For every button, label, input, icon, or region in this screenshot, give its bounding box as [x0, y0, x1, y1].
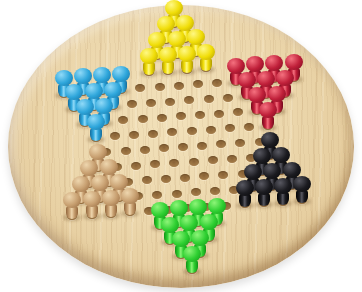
- peg-natural-wood[interactable]: [62, 192, 82, 219]
- peg-head: [63, 192, 81, 208]
- hole[interactable]: [235, 139, 245, 147]
- peg-head: [159, 47, 177, 63]
- peg-head: [236, 180, 254, 196]
- peg-head: [283, 162, 301, 178]
- peg-head: [91, 175, 109, 191]
- hole[interactable]: [176, 112, 186, 120]
- peg-stem: [86, 205, 98, 218]
- peg-head: [259, 102, 277, 118]
- hole[interactable]: [187, 127, 197, 135]
- peg-head: [161, 217, 179, 233]
- hole[interactable]: [174, 82, 184, 90]
- peg-head: [80, 160, 98, 176]
- peg-stem: [296, 190, 308, 203]
- hole[interactable]: [129, 131, 139, 139]
- peg-head: [200, 214, 218, 230]
- hole[interactable]: [138, 115, 148, 123]
- peg-green[interactable]: [182, 246, 202, 273]
- hole[interactable]: [214, 110, 224, 118]
- hole[interactable]: [189, 158, 199, 166]
- peg-head: [191, 230, 209, 246]
- hole[interactable]: [191, 188, 201, 196]
- peg-head: [208, 198, 226, 214]
- peg-head: [72, 176, 90, 192]
- hole[interactable]: [212, 79, 222, 87]
- peg-head: [276, 70, 294, 86]
- hole[interactable]: [157, 114, 167, 122]
- peg-head: [274, 178, 292, 194]
- peg-head: [238, 72, 256, 88]
- peg-yellow[interactable]: [158, 47, 178, 74]
- peg-head: [253, 148, 271, 164]
- peg-head: [112, 66, 130, 82]
- hole[interactable]: [110, 132, 120, 140]
- hole[interactable]: [167, 128, 177, 136]
- peg-natural-wood[interactable]: [82, 191, 102, 218]
- hole[interactable]: [140, 146, 150, 154]
- peg-red[interactable]: [258, 102, 278, 129]
- hole[interactable]: [206, 126, 216, 134]
- peg-head: [93, 67, 111, 83]
- hole[interactable]: [161, 175, 171, 183]
- peg-stem: [239, 194, 251, 207]
- star-field: [0, 0, 362, 292]
- peg-head: [100, 159, 118, 175]
- peg-stem: [143, 62, 155, 75]
- peg-head: [104, 82, 122, 98]
- peg-head: [165, 0, 183, 16]
- peg-head: [244, 164, 262, 180]
- peg-head: [170, 200, 188, 216]
- peg-head: [268, 86, 286, 102]
- peg-head: [151, 202, 169, 218]
- peg-head: [168, 31, 186, 47]
- peg-head: [285, 54, 303, 70]
- peg-head: [172, 231, 190, 247]
- hole[interactable]: [208, 156, 218, 164]
- hole[interactable]: [165, 98, 175, 106]
- peg-head: [293, 176, 311, 192]
- peg-head: [178, 46, 196, 62]
- peg-yellow[interactable]: [139, 48, 159, 75]
- peg-head: [65, 84, 83, 100]
- hole[interactable]: [135, 84, 145, 92]
- hole[interactable]: [218, 171, 228, 179]
- peg-head: [85, 83, 103, 99]
- peg-stem: [200, 58, 212, 71]
- peg-head: [76, 99, 94, 115]
- peg-head: [263, 163, 281, 179]
- peg-head: [246, 56, 264, 72]
- peg-yellow[interactable]: [177, 46, 197, 73]
- peg-head: [180, 215, 198, 231]
- hole[interactable]: [159, 144, 169, 152]
- hole[interactable]: [216, 140, 226, 148]
- hole[interactable]: [195, 111, 205, 119]
- peg-head: [55, 70, 73, 86]
- peg-head: [83, 191, 101, 207]
- peg-head: [89, 144, 107, 160]
- peg-head: [227, 58, 245, 74]
- hole[interactable]: [152, 191, 162, 199]
- peg-head: [272, 147, 290, 163]
- hole[interactable]: [169, 159, 179, 167]
- hole[interactable]: [172, 190, 182, 198]
- peg-head: [176, 15, 194, 31]
- peg-head: [95, 98, 113, 114]
- hole[interactable]: [146, 99, 156, 107]
- chinese-checkers-photo: [0, 0, 362, 292]
- hole[interactable]: [118, 116, 128, 124]
- peg-head: [187, 29, 205, 45]
- peg-head: [102, 190, 120, 206]
- peg-stem: [258, 193, 270, 206]
- hole[interactable]: [244, 123, 254, 131]
- hole[interactable]: [121, 147, 131, 155]
- peg-head: [248, 87, 266, 103]
- peg-head: [148, 32, 166, 48]
- hole[interactable]: [180, 174, 190, 182]
- peg-head: [121, 188, 139, 204]
- peg-head: [157, 16, 175, 32]
- hole[interactable]: [150, 160, 160, 168]
- hole[interactable]: [204, 95, 214, 103]
- peg-black[interactable]: [254, 179, 274, 206]
- hole[interactable]: [131, 162, 141, 170]
- hole[interactable]: [223, 94, 233, 102]
- hole[interactable]: [142, 176, 152, 184]
- peg-head: [189, 199, 207, 215]
- hole[interactable]: [225, 124, 235, 132]
- hole[interactable]: [199, 172, 209, 180]
- peg-natural-wood[interactable]: [101, 190, 121, 217]
- peg-black[interactable]: [292, 176, 312, 203]
- peg-head: [261, 132, 279, 148]
- peg-head: [257, 71, 275, 87]
- hole[interactable]: [148, 130, 158, 138]
- peg-natural-wood[interactable]: [120, 188, 140, 215]
- hole[interactable]: [184, 96, 194, 104]
- hole[interactable]: [197, 142, 207, 150]
- peg-head: [74, 68, 92, 84]
- hole[interactable]: [210, 187, 220, 195]
- peg-stem: [124, 202, 136, 215]
- peg-head: [140, 48, 158, 64]
- hole[interactable]: [227, 155, 237, 163]
- hole[interactable]: [178, 143, 188, 151]
- peg-blue[interactable]: [86, 114, 106, 141]
- peg-head: [183, 246, 201, 262]
- peg-stem: [66, 206, 78, 219]
- peg-head: [110, 174, 128, 190]
- peg-black[interactable]: [235, 180, 255, 207]
- peg-black[interactable]: [273, 178, 293, 205]
- peg-head: [87, 114, 105, 130]
- hole[interactable]: [127, 100, 137, 108]
- peg-yellow[interactable]: [196, 44, 216, 71]
- peg-head: [255, 179, 273, 195]
- hole[interactable]: [193, 80, 203, 88]
- peg-head: [197, 44, 215, 60]
- hole[interactable]: [233, 108, 243, 116]
- peg-head: [265, 55, 283, 71]
- hole[interactable]: [155, 83, 165, 91]
